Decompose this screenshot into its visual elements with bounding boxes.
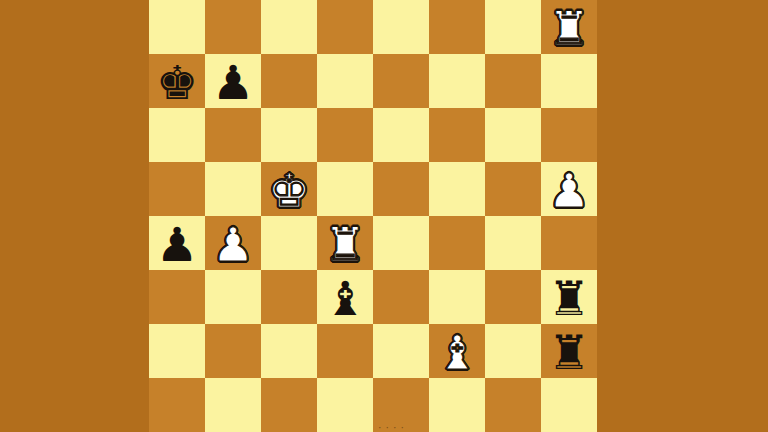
- square-a7[interactable]: ♚: [149, 54, 205, 108]
- piece-black-pawn-a4[interactable]: ♟: [156, 221, 198, 268]
- square-c2[interactable]: [261, 324, 317, 378]
- square-e7[interactable]: [373, 54, 429, 108]
- piece-white-rook-h8[interactable]: ♜: [548, 5, 590, 52]
- square-b5[interactable]: [205, 162, 261, 216]
- piece-white-pawn-h5[interactable]: ♟: [548, 167, 590, 214]
- square-e4[interactable]: [373, 216, 429, 270]
- square-b1[interactable]: [205, 378, 261, 432]
- square-c4[interactable]: [261, 216, 317, 270]
- square-e1[interactable]: [373, 378, 429, 432]
- square-f1[interactable]: [429, 378, 485, 432]
- square-g5[interactable]: [485, 162, 541, 216]
- chessboard: ♜♚♟♚♟♟♟♜♝♜♝♜: [149, 0, 597, 432]
- square-e2[interactable]: [373, 324, 429, 378]
- square-d6[interactable]: [317, 108, 373, 162]
- piece-black-king-a7[interactable]: ♚: [156, 59, 198, 106]
- square-a5[interactable]: [149, 162, 205, 216]
- square-c7[interactable]: [261, 54, 317, 108]
- piece-white-rook-d4[interactable]: ♜: [324, 221, 366, 268]
- square-a6[interactable]: [149, 108, 205, 162]
- square-h3[interactable]: ♜: [541, 270, 597, 324]
- square-b8[interactable]: [205, 0, 261, 54]
- square-c6[interactable]: [261, 108, 317, 162]
- square-h1[interactable]: [541, 378, 597, 432]
- square-f4[interactable]: [429, 216, 485, 270]
- square-b3[interactable]: [205, 270, 261, 324]
- square-h6[interactable]: [541, 108, 597, 162]
- square-d7[interactable]: [317, 54, 373, 108]
- square-b4[interactable]: ♟: [205, 216, 261, 270]
- square-g2[interactable]: [485, 324, 541, 378]
- square-h2[interactable]: ♜: [541, 324, 597, 378]
- square-d3[interactable]: ♝: [317, 270, 373, 324]
- square-g8[interactable]: [485, 0, 541, 54]
- square-a4[interactable]: ♟: [149, 216, 205, 270]
- square-e3[interactable]: [373, 270, 429, 324]
- square-e6[interactable]: [373, 108, 429, 162]
- square-c1[interactable]: [261, 378, 317, 432]
- square-h4[interactable]: [541, 216, 597, 270]
- square-f2[interactable]: ♝: [429, 324, 485, 378]
- square-a1[interactable]: [149, 378, 205, 432]
- square-c5[interactable]: ♚: [261, 162, 317, 216]
- square-b2[interactable]: [205, 324, 261, 378]
- square-h8[interactable]: ♜: [541, 0, 597, 54]
- square-f6[interactable]: [429, 108, 485, 162]
- piece-white-pawn-b4[interactable]: ♟: [212, 221, 254, 268]
- piece-white-bishop-f2[interactable]: ♝: [436, 329, 478, 376]
- square-d5[interactable]: [317, 162, 373, 216]
- square-f8[interactable]: [429, 0, 485, 54]
- square-g7[interactable]: [485, 54, 541, 108]
- square-e5[interactable]: [373, 162, 429, 216]
- square-g3[interactable]: [485, 270, 541, 324]
- square-a3[interactable]: [149, 270, 205, 324]
- square-c8[interactable]: [261, 0, 317, 54]
- piece-black-pawn-b7[interactable]: ♟: [212, 59, 254, 106]
- square-g6[interactable]: [485, 108, 541, 162]
- piece-black-rook-h3[interactable]: ♜: [548, 275, 590, 322]
- square-d4[interactable]: ♜: [317, 216, 373, 270]
- square-d8[interactable]: [317, 0, 373, 54]
- piece-black-bishop-d3[interactable]: ♝: [324, 275, 366, 322]
- square-f7[interactable]: [429, 54, 485, 108]
- square-h5[interactable]: ♟: [541, 162, 597, 216]
- square-f3[interactable]: [429, 270, 485, 324]
- square-h7[interactable]: [541, 54, 597, 108]
- square-f5[interactable]: [429, 162, 485, 216]
- square-g4[interactable]: [485, 216, 541, 270]
- page-background: ♜♚♟♚♟♟♟♜♝♜♝♜ ····: [0, 0, 768, 432]
- square-e8[interactable]: [373, 0, 429, 54]
- square-b7[interactable]: ♟: [205, 54, 261, 108]
- square-g1[interactable]: [485, 378, 541, 432]
- square-c3[interactable]: [261, 270, 317, 324]
- square-d2[interactable]: [317, 324, 373, 378]
- square-d1[interactable]: [317, 378, 373, 432]
- square-b6[interactable]: [205, 108, 261, 162]
- piece-white-king-c5[interactable]: ♚: [268, 167, 310, 214]
- piece-black-rook-h2[interactable]: ♜: [548, 329, 590, 376]
- square-a2[interactable]: [149, 324, 205, 378]
- square-a8[interactable]: [149, 0, 205, 54]
